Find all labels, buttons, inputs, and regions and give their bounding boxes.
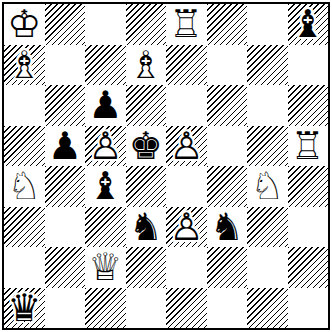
piece-glyph: ♟ [88, 86, 122, 124]
chess-board: ♚♔♜♖♝♝♝♗♝♗♟♟♟♟♟♙♚♚♟♙♜♖♞♘♝♝♞♘♞♞♟♙♞♞♛♕♛♛ [2, 2, 330, 330]
square-d4[interactable] [126, 166, 167, 207]
square-c6[interactable]: ♟♟ [85, 85, 126, 126]
square-a7[interactable]: ♝♗ [4, 45, 45, 86]
square-e1[interactable] [166, 288, 207, 329]
square-c1[interactable] [85, 288, 126, 329]
piece-glyph: ♞ [210, 208, 244, 246]
square-c8[interactable] [85, 4, 126, 45]
square-a5[interactable] [4, 126, 45, 167]
square-e2[interactable] [166, 247, 207, 288]
white-rook-piece[interactable]: ♜♖ [288, 126, 329, 167]
piece-glyph: ♕ [88, 248, 122, 286]
square-a3[interactable] [4, 207, 45, 248]
piece-glyph: ♗ [7, 46, 41, 84]
square-g3[interactable] [247, 207, 288, 248]
square-g4[interactable]: ♞♘ [247, 166, 288, 207]
black-queen-piece[interactable]: ♛♛ [4, 288, 45, 329]
square-d8[interactable] [126, 4, 167, 45]
white-pawn-piece[interactable]: ♟♙ [166, 126, 207, 167]
square-c5[interactable]: ♟♙ [85, 126, 126, 167]
square-c3[interactable] [85, 207, 126, 248]
white-pawn-piece[interactable]: ♟♙ [85, 126, 126, 167]
square-b8[interactable] [45, 4, 86, 45]
square-f8[interactable] [207, 4, 248, 45]
square-e3[interactable]: ♟♙ [166, 207, 207, 248]
square-g2[interactable] [247, 247, 288, 288]
piece-glyph: ♘ [7, 167, 41, 205]
square-g8[interactable] [247, 4, 288, 45]
square-b4[interactable] [45, 166, 86, 207]
square-g7[interactable] [247, 45, 288, 86]
piece-glyph: ♖ [169, 5, 203, 43]
square-b5[interactable]: ♟♟ [45, 126, 86, 167]
square-d1[interactable] [126, 288, 167, 329]
square-h7[interactable] [288, 45, 329, 86]
white-king-piece[interactable]: ♚♔ [4, 4, 45, 45]
white-rook-piece[interactable]: ♜♖ [166, 4, 207, 45]
square-h2[interactable] [288, 247, 329, 288]
square-d2[interactable] [126, 247, 167, 288]
square-g5[interactable] [247, 126, 288, 167]
square-a2[interactable] [4, 247, 45, 288]
square-e6[interactable] [166, 85, 207, 126]
black-pawn-piece[interactable]: ♟♟ [45, 126, 86, 167]
square-c2[interactable]: ♛♕ [85, 247, 126, 288]
square-e7[interactable] [166, 45, 207, 86]
piece-glyph: ♙ [169, 208, 203, 246]
piece-glyph: ♛ [7, 289, 41, 327]
white-bishop-piece[interactable]: ♝♗ [4, 45, 45, 86]
black-bishop-piece[interactable]: ♝♝ [288, 4, 329, 45]
black-king-piece[interactable]: ♚♚ [126, 126, 167, 167]
square-f6[interactable] [207, 85, 248, 126]
square-h1[interactable] [288, 288, 329, 329]
black-knight-piece[interactable]: ♞♞ [126, 207, 167, 248]
black-knight-piece[interactable]: ♞♞ [207, 207, 248, 248]
square-a6[interactable] [4, 85, 45, 126]
piece-glyph: ♔ [7, 5, 41, 43]
piece-glyph: ♙ [88, 127, 122, 165]
black-pawn-piece[interactable]: ♟♟ [85, 85, 126, 126]
square-e4[interactable] [166, 166, 207, 207]
square-b1[interactable] [45, 288, 86, 329]
white-knight-piece[interactable]: ♞♘ [4, 166, 45, 207]
square-g1[interactable] [247, 288, 288, 329]
square-a4[interactable]: ♞♘ [4, 166, 45, 207]
piece-glyph: ♞ [129, 208, 163, 246]
square-f7[interactable] [207, 45, 248, 86]
square-a1[interactable]: ♛♛ [4, 288, 45, 329]
square-d5[interactable]: ♚♚ [126, 126, 167, 167]
square-h5[interactable]: ♜♖ [288, 126, 329, 167]
square-f1[interactable] [207, 288, 248, 329]
square-f5[interactable] [207, 126, 248, 167]
square-b7[interactable] [45, 45, 86, 86]
square-f2[interactable] [207, 247, 248, 288]
square-e8[interactable]: ♜♖ [166, 4, 207, 45]
square-c7[interactable] [85, 45, 126, 86]
square-e5[interactable]: ♟♙ [166, 126, 207, 167]
square-a8[interactable]: ♚♔ [4, 4, 45, 45]
square-h8[interactable]: ♝♝ [288, 4, 329, 45]
piece-glyph: ♚ [129, 127, 163, 165]
square-h3[interactable] [288, 207, 329, 248]
square-g6[interactable] [247, 85, 288, 126]
black-bishop-piece[interactable]: ♝♝ [85, 166, 126, 207]
square-b2[interactable] [45, 247, 86, 288]
square-b6[interactable] [45, 85, 86, 126]
square-h6[interactable] [288, 85, 329, 126]
square-d6[interactable] [126, 85, 167, 126]
piece-glyph: ♝ [291, 5, 325, 43]
white-knight-piece[interactable]: ♞♘ [247, 166, 288, 207]
square-d3[interactable]: ♞♞ [126, 207, 167, 248]
piece-glyph: ♘ [250, 167, 284, 205]
white-queen-piece[interactable]: ♛♕ [85, 247, 126, 288]
piece-glyph: ♙ [169, 127, 203, 165]
white-pawn-piece[interactable]: ♟♙ [166, 207, 207, 248]
piece-glyph: ♟ [48, 127, 82, 165]
white-bishop-piece[interactable]: ♝♗ [126, 45, 167, 86]
square-b3[interactable] [45, 207, 86, 248]
square-f3[interactable]: ♞♞ [207, 207, 248, 248]
piece-glyph: ♖ [291, 127, 325, 165]
square-h4[interactable] [288, 166, 329, 207]
piece-glyph: ♝ [88, 167, 122, 205]
piece-glyph: ♗ [129, 46, 163, 84]
chess-diagram: ♚♔♜♖♝♝♝♗♝♗♟♟♟♟♟♙♚♚♟♙♜♖♞♘♝♝♞♘♞♞♟♙♞♞♛♕♛♛ [0, 0, 332, 332]
square-c4[interactable]: ♝♝ [85, 166, 126, 207]
square-f4[interactable] [207, 166, 248, 207]
square-d7[interactable]: ♝♗ [126, 45, 167, 86]
